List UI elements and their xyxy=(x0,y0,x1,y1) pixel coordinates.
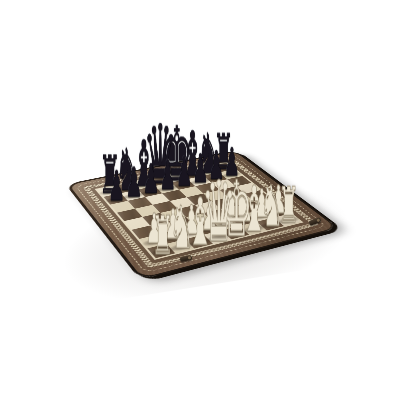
clasp-pin-icon xyxy=(188,256,192,260)
product-photo-stage: ♜♞♝♛♚♝♞♜♟♟♟♟♟♟♟♟♟♟♟♟♟♟♟♟♜♞♝♛♚♝♞♜ xyxy=(0,0,400,400)
chess-board: ♜♞♝♛♚♝♞♜♟♟♟♟♟♟♟♟♟♟♟♟♟♟♟♟♜♞♝♛♚♝♞♜ xyxy=(65,150,339,280)
clasp-pin-icon xyxy=(316,218,320,222)
perspective-scene: ♜♞♝♛♚♝♞♜♟♟♟♟♟♟♟♟♟♟♟♟♟♟♟♟♜♞♝♛♚♝♞♜ xyxy=(0,0,400,400)
